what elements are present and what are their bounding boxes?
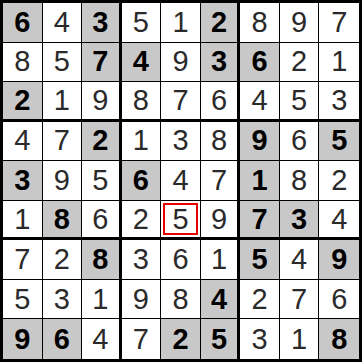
cell-r3c1[interactable]: 2: [3, 82, 43, 122]
cell-r9c4[interactable]: 7: [122, 319, 162, 359]
cell-r7c9[interactable]: 9: [319, 240, 359, 280]
cell-r5c9[interactable]: 2: [319, 161, 359, 201]
cell-r7c2[interactable]: 2: [43, 240, 83, 280]
cell-r6c1[interactable]: 1: [3, 201, 43, 241]
cell-r2c6[interactable]: 3: [201, 43, 241, 83]
cell-r4c3[interactable]: 2: [82, 122, 122, 162]
cell-r3c9[interactable]: 3: [319, 82, 359, 122]
cell-r8c1[interactable]: 5: [3, 280, 43, 320]
cell-r9c3[interactable]: 4: [82, 319, 122, 359]
cell-r1c8[interactable]: 9: [280, 3, 320, 43]
cell-r8c5[interactable]: 8: [161, 280, 201, 320]
cell-r7c3[interactable]: 8: [82, 240, 122, 280]
cell-r9c1[interactable]: 9: [3, 319, 43, 359]
cell-r8c9[interactable]: 6: [319, 280, 359, 320]
cell-r3c5[interactable]: 7: [161, 82, 201, 122]
cell-r7c1[interactable]: 7: [3, 240, 43, 280]
cell-r9c9[interactable]: 8: [319, 319, 359, 359]
cell-r8c8[interactable]: 7: [280, 280, 320, 320]
cell-r4c7[interactable]: 9: [240, 122, 280, 162]
cell-r5c8[interactable]: 8: [280, 161, 320, 201]
cell-r6c8[interactable]: 3: [280, 201, 320, 241]
cell-r6c7[interactable]: 7: [240, 201, 280, 241]
cell-r6c9[interactable]: 4: [319, 201, 359, 241]
cell-r4c8[interactable]: 6: [280, 122, 320, 162]
cell-r1c2[interactable]: 4: [43, 3, 83, 43]
cell-r2c7[interactable]: 6: [240, 43, 280, 83]
cell-r5c4[interactable]: 6: [122, 161, 162, 201]
cell-r9c8[interactable]: 1: [280, 319, 320, 359]
cell-r4c5[interactable]: 3: [161, 122, 201, 162]
cell-r6c4[interactable]: 2: [122, 201, 162, 241]
cell-r4c6[interactable]: 8: [201, 122, 241, 162]
cell-r1c9[interactable]: 7: [319, 3, 359, 43]
cell-r1c1[interactable]: 6: [3, 3, 43, 43]
cell-r3c7[interactable]: 4: [240, 82, 280, 122]
cell-r6c2[interactable]: 8: [43, 201, 83, 241]
cell-r8c3[interactable]: 1: [82, 280, 122, 320]
cell-r3c3[interactable]: 9: [82, 82, 122, 122]
cell-r5c3[interactable]: 5: [82, 161, 122, 201]
cell-r8c7[interactable]: 2: [240, 280, 280, 320]
cell-r7c7[interactable]: 5: [240, 240, 280, 280]
cell-r5c2[interactable]: 9: [43, 161, 83, 201]
cell-r8c6[interactable]: 4: [201, 280, 241, 320]
cell-r6c3[interactable]: 6: [82, 201, 122, 241]
cell-r2c4[interactable]: 4: [122, 43, 162, 83]
cell-r3c8[interactable]: 5: [280, 82, 320, 122]
cell-r3c2[interactable]: 1: [43, 82, 83, 122]
cell-r8c2[interactable]: 3: [43, 280, 83, 320]
cell-r9c2[interactable]: 6: [43, 319, 83, 359]
cell-r4c1[interactable]: 4: [3, 122, 43, 162]
cell-r8c4[interactable]: 9: [122, 280, 162, 320]
cell-r1c7[interactable]: 8: [240, 3, 280, 43]
cell-r4c9[interactable]: 5: [319, 122, 359, 162]
cell-r3c6[interactable]: 6: [201, 82, 241, 122]
cell-r4c4[interactable]: 1: [122, 122, 162, 162]
cell-r1c6[interactable]: 2: [201, 3, 241, 43]
cell-r9c7[interactable]: 3: [240, 319, 280, 359]
cell-r7c4[interactable]: 3: [122, 240, 162, 280]
cell-r2c8[interactable]: 2: [280, 43, 320, 83]
cell-r9c6[interactable]: 5: [201, 319, 241, 359]
cell-r1c5[interactable]: 1: [161, 3, 201, 43]
cell-r7c6[interactable]: 1: [201, 240, 241, 280]
cell-r7c8[interactable]: 4: [280, 240, 320, 280]
cell-r5c6[interactable]: 7: [201, 161, 241, 201]
cell-r2c3[interactable]: 7: [82, 43, 122, 83]
cell-r5c1[interactable]: 3: [3, 161, 43, 201]
cell-r2c9[interactable]: 1: [319, 43, 359, 83]
cell-r1c4[interactable]: 5: [122, 3, 162, 43]
cell-r5c7[interactable]: 1: [240, 161, 280, 201]
cell-r3c4[interactable]: 8: [122, 82, 162, 122]
cell-r9c5[interactable]: 2: [161, 319, 201, 359]
cell-r7c5[interactable]: 6: [161, 240, 201, 280]
cell-r1c3[interactable]: 3: [82, 3, 122, 43]
cell-r2c5[interactable]: 9: [161, 43, 201, 83]
selected-cell-outline: [163, 203, 198, 236]
sudoku-board: 6435128978574936212198764534721389653956…: [0, 0, 362, 362]
cell-r5c5[interactable]: 4: [161, 161, 201, 201]
cell-r2c2[interactable]: 5: [43, 43, 83, 83]
cell-r6c6[interactable]: 9: [201, 201, 241, 241]
cell-r2c1[interactable]: 8: [3, 43, 43, 83]
cell-r4c2[interactable]: 7: [43, 122, 83, 162]
cell-r6c5[interactable]: 5: [161, 201, 201, 241]
